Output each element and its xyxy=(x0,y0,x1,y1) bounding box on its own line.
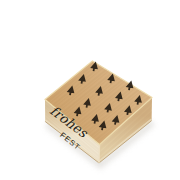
product-photo: frohes FEST xyxy=(0,0,180,180)
front-corner-highlight xyxy=(99,145,100,164)
stamp-photo-canvas: frohes FEST xyxy=(0,0,180,180)
